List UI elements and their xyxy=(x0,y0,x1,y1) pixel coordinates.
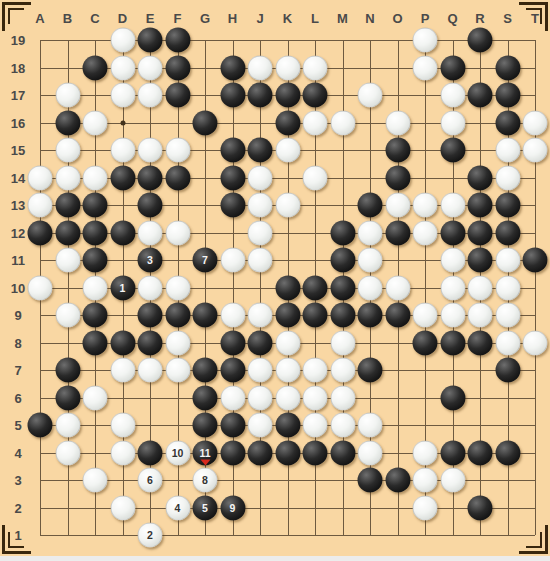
stone-d4[interactable] xyxy=(110,440,135,465)
stone-b16[interactable] xyxy=(55,110,80,135)
stone-k4[interactable] xyxy=(275,440,300,465)
stone-h8[interactable] xyxy=(220,330,245,355)
stone-r4[interactable] xyxy=(468,440,493,465)
stone-h6[interactable] xyxy=(220,385,245,410)
stone-l6[interactable] xyxy=(303,385,328,410)
stone-s11[interactable] xyxy=(495,248,520,273)
column-label-p: P xyxy=(421,12,430,25)
column-label-j: J xyxy=(256,12,263,25)
stone-t8[interactable] xyxy=(523,330,548,355)
go-app-screen: ABCDEFGHJKLMNOPQRST191817161514131211109… xyxy=(0,0,550,561)
stone-k18[interactable] xyxy=(275,55,300,80)
column-label-o: O xyxy=(392,12,402,25)
row-label-2: 2 xyxy=(14,501,21,514)
move-number-7: 7 xyxy=(202,255,208,266)
move-number-1: 1 xyxy=(120,282,126,293)
stone-a12[interactable] xyxy=(28,220,53,245)
stone-r17[interactable] xyxy=(468,83,493,108)
stone-n17[interactable] xyxy=(358,83,383,108)
stone-l9[interactable] xyxy=(303,303,328,328)
stone-g7[interactable] xyxy=(193,358,218,383)
stone-c12[interactable] xyxy=(83,220,108,245)
stone-q11[interactable] xyxy=(440,248,465,273)
stone-r9[interactable] xyxy=(468,303,493,328)
stone-j5[interactable] xyxy=(248,413,273,438)
stone-j4[interactable] xyxy=(248,440,273,465)
column-label-b: B xyxy=(63,12,72,25)
row-label-5: 5 xyxy=(14,419,21,432)
stone-p18[interactable] xyxy=(413,55,438,80)
stone-s15[interactable] xyxy=(495,138,520,163)
last-move-marker-icon xyxy=(200,459,210,465)
stone-b9[interactable] xyxy=(55,303,80,328)
stone-j12[interactable] xyxy=(248,220,273,245)
stone-f9[interactable] xyxy=(165,303,190,328)
move-number-10: 10 xyxy=(172,447,184,458)
stone-q13[interactable] xyxy=(440,193,465,218)
stone-e18[interactable] xyxy=(138,55,163,80)
stone-s9[interactable] xyxy=(495,303,520,328)
stone-f18[interactable] xyxy=(165,55,190,80)
stone-f15[interactable] xyxy=(165,138,190,163)
stone-e17[interactable] xyxy=(138,83,163,108)
stone-k10[interactable] xyxy=(275,275,300,300)
stone-e8[interactable] xyxy=(138,330,163,355)
stone-h17[interactable] xyxy=(220,83,245,108)
board-corner-ornament-bottom-left xyxy=(0,526,30,556)
stone-e1[interactable]: 2 xyxy=(138,523,163,548)
stone-e10[interactable] xyxy=(138,275,163,300)
stone-e15[interactable] xyxy=(138,138,163,163)
stone-n12[interactable] xyxy=(358,220,383,245)
move-number-3: 3 xyxy=(147,255,153,266)
stone-e19[interactable] xyxy=(138,28,163,53)
column-label-s: S xyxy=(503,12,512,25)
stone-s18[interactable] xyxy=(495,55,520,80)
stone-j14[interactable] xyxy=(248,165,273,190)
bottom-bar xyxy=(0,556,550,561)
stone-m10[interactable] xyxy=(330,275,355,300)
stone-f7[interactable] xyxy=(165,358,190,383)
stone-k13[interactable] xyxy=(275,193,300,218)
stone-l16[interactable] xyxy=(303,110,328,135)
stone-o10[interactable] xyxy=(385,275,410,300)
row-label-9: 9 xyxy=(14,309,21,322)
stone-p4[interactable] xyxy=(413,440,438,465)
move-number-8: 8 xyxy=(202,475,208,486)
star-point-d16 xyxy=(120,120,125,125)
stone-n7[interactable] xyxy=(358,358,383,383)
stone-r19[interactable] xyxy=(468,28,493,53)
stone-m9[interactable] xyxy=(330,303,355,328)
row-label-17: 17 xyxy=(11,89,25,102)
stone-f14[interactable] xyxy=(165,165,190,190)
stone-o14[interactable] xyxy=(385,165,410,190)
stone-a5[interactable] xyxy=(28,413,53,438)
stone-n10[interactable] xyxy=(358,275,383,300)
stone-d5[interactable] xyxy=(110,413,135,438)
stone-b11[interactable] xyxy=(55,248,80,273)
stone-q6[interactable] xyxy=(440,385,465,410)
stone-h13[interactable] xyxy=(220,193,245,218)
stone-j18[interactable] xyxy=(248,55,273,80)
stone-e9[interactable] xyxy=(138,303,163,328)
stone-s4[interactable] xyxy=(495,440,520,465)
stone-e12[interactable] xyxy=(138,220,163,245)
column-label-e: E xyxy=(146,12,155,25)
stone-c6[interactable] xyxy=(83,385,108,410)
stone-d15[interactable] xyxy=(110,138,135,163)
stone-j7[interactable] xyxy=(248,358,273,383)
row-label-3: 3 xyxy=(14,474,21,487)
stone-d18[interactable] xyxy=(110,55,135,80)
stone-n3[interactable] xyxy=(358,468,383,493)
row-label-13: 13 xyxy=(11,199,25,212)
stone-g2[interactable]: 5 xyxy=(193,495,218,520)
stone-o12[interactable] xyxy=(385,220,410,245)
stone-c11[interactable] xyxy=(83,248,108,273)
stone-p13[interactable] xyxy=(413,193,438,218)
stone-b17[interactable] xyxy=(55,83,80,108)
stone-q16[interactable] xyxy=(440,110,465,135)
stone-n13[interactable] xyxy=(358,193,383,218)
grid-line-horizontal xyxy=(40,535,535,536)
stone-h18[interactable] xyxy=(220,55,245,80)
stone-k5[interactable] xyxy=(275,413,300,438)
stone-c3[interactable] xyxy=(83,468,108,493)
stone-k9[interactable] xyxy=(275,303,300,328)
stone-k6[interactable] xyxy=(275,385,300,410)
stone-e3[interactable]: 6 xyxy=(138,468,163,493)
column-label-d: D xyxy=(118,12,127,25)
stone-s17[interactable] xyxy=(495,83,520,108)
stone-n5[interactable] xyxy=(358,413,383,438)
stone-b5[interactable] xyxy=(55,413,80,438)
row-label-19: 19 xyxy=(11,34,25,47)
stone-d12[interactable] xyxy=(110,220,135,245)
stone-d10[interactable]: 1 xyxy=(110,275,135,300)
stone-c8[interactable] xyxy=(83,330,108,355)
stone-n9[interactable] xyxy=(358,303,383,328)
stone-e11[interactable]: 3 xyxy=(138,248,163,273)
stone-j8[interactable] xyxy=(248,330,273,355)
move-number-5: 5 xyxy=(202,502,208,513)
stone-q10[interactable] xyxy=(440,275,465,300)
column-label-n: N xyxy=(365,12,374,25)
stone-g9[interactable] xyxy=(193,303,218,328)
stone-l5[interactable] xyxy=(303,413,328,438)
row-label-6: 6 xyxy=(14,391,21,404)
board-corner-ornament-top-right xyxy=(520,0,550,30)
stone-d17[interactable] xyxy=(110,83,135,108)
stone-q9[interactable] xyxy=(440,303,465,328)
stone-m6[interactable] xyxy=(330,385,355,410)
stone-a14[interactable] xyxy=(28,165,53,190)
stone-r14[interactable] xyxy=(468,165,493,190)
stone-o13[interactable] xyxy=(385,193,410,218)
stone-p2[interactable] xyxy=(413,495,438,520)
stone-c14[interactable] xyxy=(83,165,108,190)
stone-t16[interactable] xyxy=(523,110,548,135)
row-label-14: 14 xyxy=(11,171,25,184)
stone-q18[interactable] xyxy=(440,55,465,80)
stone-m4[interactable] xyxy=(330,440,355,465)
stone-h15[interactable] xyxy=(220,138,245,163)
stone-d14[interactable] xyxy=(110,165,135,190)
stone-f12[interactable] xyxy=(165,220,190,245)
stone-o16[interactable] xyxy=(385,110,410,135)
stone-e7[interactable] xyxy=(138,358,163,383)
stone-f8[interactable] xyxy=(165,330,190,355)
stone-r8[interactable] xyxy=(468,330,493,355)
stone-e14[interactable] xyxy=(138,165,163,190)
stone-d7[interactable] xyxy=(110,358,135,383)
stone-h5[interactable] xyxy=(220,413,245,438)
stone-s16[interactable] xyxy=(495,110,520,135)
stone-f4[interactable]: 10 xyxy=(165,440,190,465)
stone-h4[interactable] xyxy=(220,440,245,465)
move-number-2: 2 xyxy=(147,530,153,541)
stone-s13[interactable] xyxy=(495,193,520,218)
stone-c10[interactable] xyxy=(83,275,108,300)
stone-l7[interactable] xyxy=(303,358,328,383)
stone-l18[interactable] xyxy=(303,55,328,80)
stone-s7[interactable] xyxy=(495,358,520,383)
stone-m16[interactable] xyxy=(330,110,355,135)
column-label-f: F xyxy=(174,12,182,25)
stone-g4[interactable]: 11 xyxy=(193,440,218,465)
stone-g3[interactable]: 8 xyxy=(193,468,218,493)
stone-q12[interactable] xyxy=(440,220,465,245)
stone-r2[interactable] xyxy=(468,495,493,520)
stone-t11[interactable] xyxy=(523,248,548,273)
stone-q17[interactable] xyxy=(440,83,465,108)
stone-k17[interactable] xyxy=(275,83,300,108)
stone-s14[interactable] xyxy=(495,165,520,190)
column-label-k: K xyxy=(283,12,292,25)
stone-l10[interactable] xyxy=(303,275,328,300)
stone-r12[interactable] xyxy=(468,220,493,245)
stone-e13[interactable] xyxy=(138,193,163,218)
stone-f19[interactable] xyxy=(165,28,190,53)
stone-n11[interactable] xyxy=(358,248,383,273)
stone-b15[interactable] xyxy=(55,138,80,163)
stone-m5[interactable] xyxy=(330,413,355,438)
column-label-r: R xyxy=(475,12,484,25)
stone-p19[interactable] xyxy=(413,28,438,53)
stone-f2[interactable]: 4 xyxy=(165,495,190,520)
stone-q3[interactable] xyxy=(440,468,465,493)
stone-j9[interactable] xyxy=(248,303,273,328)
stone-h7[interactable] xyxy=(220,358,245,383)
board-corner-ornament-bottom-right xyxy=(520,526,550,556)
row-label-4: 4 xyxy=(14,446,21,459)
stone-j15[interactable] xyxy=(248,138,273,163)
stone-j13[interactable] xyxy=(248,193,273,218)
stone-g5[interactable] xyxy=(193,413,218,438)
stone-k8[interactable] xyxy=(275,330,300,355)
column-label-a: A xyxy=(35,12,44,25)
stone-q4[interactable] xyxy=(440,440,465,465)
stone-d8[interactable] xyxy=(110,330,135,355)
stone-t15[interactable] xyxy=(523,138,548,163)
stone-h14[interactable] xyxy=(220,165,245,190)
stone-b4[interactable] xyxy=(55,440,80,465)
stone-r13[interactable] xyxy=(468,193,493,218)
stone-b12[interactable] xyxy=(55,220,80,245)
stone-m8[interactable] xyxy=(330,330,355,355)
stone-s10[interactable] xyxy=(495,275,520,300)
column-label-m: M xyxy=(337,12,348,25)
stone-l17[interactable] xyxy=(303,83,328,108)
stone-k7[interactable] xyxy=(275,358,300,383)
stone-b13[interactable] xyxy=(55,193,80,218)
column-label-h: H xyxy=(228,12,237,25)
stone-d19[interactable] xyxy=(110,28,135,53)
stone-q8[interactable] xyxy=(440,330,465,355)
stone-p9[interactable] xyxy=(413,303,438,328)
stone-j17[interactable] xyxy=(248,83,273,108)
stone-c18[interactable] xyxy=(83,55,108,80)
stone-k15[interactable] xyxy=(275,138,300,163)
stone-d2[interactable] xyxy=(110,495,135,520)
stone-o15[interactable] xyxy=(385,138,410,163)
stone-s12[interactable] xyxy=(495,220,520,245)
stone-o9[interactable] xyxy=(385,303,410,328)
stone-n4[interactable] xyxy=(358,440,383,465)
stone-f17[interactable] xyxy=(165,83,190,108)
stone-r10[interactable] xyxy=(468,275,493,300)
board-corner-ornament-top-left xyxy=(0,0,30,30)
stone-c16[interactable] xyxy=(83,110,108,135)
row-label-11: 11 xyxy=(11,254,25,267)
row-label-7: 7 xyxy=(14,364,21,377)
stone-j11[interactable] xyxy=(248,248,273,273)
move-number-11: 11 xyxy=(199,447,210,458)
row-label-12: 12 xyxy=(11,226,25,239)
stone-p8[interactable] xyxy=(413,330,438,355)
goban[interactable]: ABCDEFGHJKLMNOPQRST191817161514131211109… xyxy=(0,0,550,556)
row-label-15: 15 xyxy=(11,144,25,157)
stone-m7[interactable] xyxy=(330,358,355,383)
stone-b7[interactable] xyxy=(55,358,80,383)
stone-h9[interactable] xyxy=(220,303,245,328)
stone-g11[interactable]: 7 xyxy=(193,248,218,273)
row-label-8: 8 xyxy=(14,336,21,349)
stone-s8[interactable] xyxy=(495,330,520,355)
stone-c9[interactable] xyxy=(83,303,108,328)
column-label-q: Q xyxy=(447,12,457,25)
stone-b6[interactable] xyxy=(55,385,80,410)
stone-p3[interactable] xyxy=(413,468,438,493)
stone-m11[interactable] xyxy=(330,248,355,273)
stone-m12[interactable] xyxy=(330,220,355,245)
stone-k16[interactable] xyxy=(275,110,300,135)
stone-e4[interactable] xyxy=(138,440,163,465)
column-label-g: G xyxy=(200,12,210,25)
stone-p12[interactable] xyxy=(413,220,438,245)
stone-l4[interactable] xyxy=(303,440,328,465)
stone-a10[interactable] xyxy=(28,275,53,300)
stone-f10[interactable] xyxy=(165,275,190,300)
stone-o3[interactable] xyxy=(385,468,410,493)
stone-r11[interactable] xyxy=(468,248,493,273)
stone-c13[interactable] xyxy=(83,193,108,218)
stone-h11[interactable] xyxy=(220,248,245,273)
stone-j6[interactable] xyxy=(248,385,273,410)
stone-h2[interactable]: 9 xyxy=(220,495,245,520)
move-number-4: 4 xyxy=(175,502,181,513)
row-label-10: 10 xyxy=(11,281,25,294)
move-number-9: 9 xyxy=(230,502,236,513)
stone-a13[interactable] xyxy=(28,193,53,218)
stone-l14[interactable] xyxy=(303,165,328,190)
stone-g16[interactable] xyxy=(193,110,218,135)
row-label-16: 16 xyxy=(11,116,25,129)
stone-q15[interactable] xyxy=(440,138,465,163)
move-number-6: 6 xyxy=(147,475,153,486)
column-label-c: C xyxy=(90,12,99,25)
column-label-l: L xyxy=(311,12,319,25)
stone-b14[interactable] xyxy=(55,165,80,190)
stone-g6[interactable] xyxy=(193,385,218,410)
row-label-18: 18 xyxy=(11,61,25,74)
